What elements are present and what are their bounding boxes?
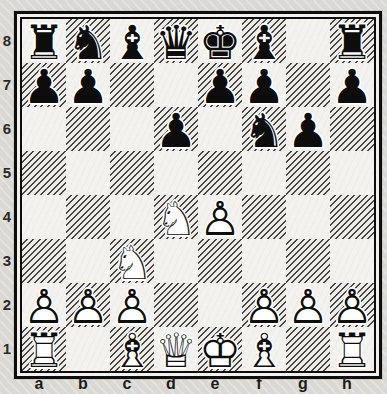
square-c4[interactable] — [110, 195, 154, 239]
square-f5[interactable] — [242, 151, 286, 195]
square-c2[interactable]: ♟♙ — [110, 283, 154, 327]
piece-fill-layer: ♟ — [22, 284, 66, 328]
square-d5[interactable] — [154, 151, 198, 195]
piece-white-pawn-c2[interactable]: ♙ — [110, 284, 154, 328]
rank-label-2: 2 — [0, 283, 14, 327]
square-e6[interactable] — [198, 107, 242, 151]
square-b6[interactable] — [66, 107, 110, 151]
square-a7[interactable]: ♟♟ — [22, 63, 66, 107]
piece-fill-layer: ♟ — [110, 284, 154, 328]
square-d8[interactable]: ♛♛ — [154, 19, 198, 63]
piece-fill-layer: ♟ — [66, 284, 110, 328]
rank-label-7: 7 — [0, 63, 14, 107]
square-a2[interactable]: ♟♙ — [22, 283, 66, 327]
piece-fill-layer: ♛ — [154, 328, 198, 372]
piece-white-pawn-g2[interactable]: ♙ — [286, 284, 330, 328]
piece-white-pawn-e4[interactable]: ♙ — [198, 196, 242, 240]
piece-black-king-e8[interactable]: ♚ — [198, 20, 242, 64]
piece-fill-layer: ♟ — [66, 64, 110, 108]
piece-black-knight-f6[interactable]: ♞ — [242, 108, 286, 152]
square-a4[interactable] — [22, 195, 66, 239]
rank-label-8: 8 — [0, 19, 14, 63]
square-f6[interactable]: ♞♞ — [242, 107, 286, 151]
piece-black-bishop-f8[interactable]: ♝ — [242, 20, 286, 64]
piece-fill-layer: ♛ — [154, 20, 198, 64]
file-label-a: a — [17, 374, 61, 393]
piece-black-pawn-g6[interactable]: ♟ — [286, 108, 330, 152]
piece-black-bishop-c8[interactable]: ♝ — [110, 20, 154, 64]
piece-white-pawn-h2[interactable]: ♙ — [330, 284, 374, 328]
file-label-b: b — [61, 374, 105, 393]
square-g6[interactable]: ♟♟ — [286, 107, 330, 151]
piece-white-rook-h1[interactable]: ♖ — [330, 328, 374, 372]
board-inner-border: ♜♜♞♞♝♝♛♛♚♚♝♝♜♜♟♟♟♟♟♟♟♟♟♟♟♟♞♞♟♟♞♘♟♙♞♘♟♙♟♙… — [20, 17, 376, 373]
piece-white-king-e1[interactable]: ♔ — [198, 328, 242, 372]
square-c1[interactable]: ♝♗ — [110, 327, 154, 371]
square-b2[interactable]: ♟♙ — [66, 283, 110, 327]
piece-fill-layer: ♝ — [110, 328, 154, 372]
piece-fill-layer: ♝ — [242, 328, 286, 372]
square-h8[interactable]: ♜♜ — [330, 19, 374, 63]
file-label-f: f — [237, 374, 281, 393]
piece-fill-layer: ♚ — [198, 20, 242, 64]
rank-label-5: 5 — [0, 151, 14, 195]
piece-fill-layer: ♞ — [66, 20, 110, 64]
square-d7[interactable] — [154, 63, 198, 107]
square-d3[interactable] — [154, 239, 198, 283]
square-b3[interactable] — [66, 239, 110, 283]
piece-fill-layer: ♟ — [286, 108, 330, 152]
piece-fill-layer: ♜ — [22, 20, 66, 64]
piece-fill-layer: ♞ — [154, 196, 198, 240]
rank-label-3: 3 — [0, 239, 14, 283]
square-e5[interactable] — [198, 151, 242, 195]
piece-fill-layer: ♜ — [330, 328, 374, 372]
square-d2[interactable] — [154, 283, 198, 327]
piece-white-rook-a1[interactable]: ♖ — [22, 328, 66, 372]
square-b1[interactable] — [66, 327, 110, 371]
square-h3[interactable] — [330, 239, 374, 283]
piece-white-bishop-c1[interactable]: ♗ — [110, 328, 154, 372]
rank-label-1: 1 — [0, 327, 14, 371]
chess-board: ♜♜♞♞♝♝♛♛♚♚♝♝♜♜♟♟♟♟♟♟♟♟♟♟♟♟♞♞♟♟♞♘♟♙♞♘♟♙♟♙… — [22, 19, 374, 371]
piece-fill-layer: ♟ — [154, 108, 198, 152]
square-f8[interactable]: ♝♝ — [242, 19, 286, 63]
piece-white-pawn-f2[interactable]: ♙ — [242, 284, 286, 328]
piece-fill-layer: ♟ — [198, 64, 242, 108]
piece-white-pawn-b2[interactable]: ♙ — [66, 284, 110, 328]
rank-label-6: 6 — [0, 107, 14, 151]
piece-black-pawn-e7[interactable]: ♟ — [198, 64, 242, 108]
square-e3[interactable] — [198, 239, 242, 283]
piece-white-pawn-a2[interactable]: ♙ — [22, 284, 66, 328]
rank-labels: 87654321 — [0, 19, 14, 371]
piece-black-rook-h8[interactable]: ♜ — [330, 20, 374, 64]
square-h2[interactable]: ♟♙ — [330, 283, 374, 327]
piece-black-knight-b8[interactable]: ♞ — [66, 20, 110, 64]
piece-black-pawn-f7[interactable]: ♟ — [242, 64, 286, 108]
square-e2[interactable] — [198, 283, 242, 327]
square-g8[interactable] — [286, 19, 330, 63]
piece-fill-layer: ♜ — [330, 20, 374, 64]
piece-fill-layer: ♞ — [110, 240, 154, 284]
square-h5[interactable] — [330, 151, 374, 195]
piece-fill-layer: ♟ — [242, 284, 286, 328]
square-g5[interactable] — [286, 151, 330, 195]
square-c6[interactable] — [110, 107, 154, 151]
file-label-g: g — [281, 374, 325, 393]
square-e1[interactable]: ♚♔ — [198, 327, 242, 371]
square-b8[interactable]: ♞♞ — [66, 19, 110, 63]
square-a5[interactable] — [22, 151, 66, 195]
square-a6[interactable] — [22, 107, 66, 151]
square-c7[interactable] — [110, 63, 154, 107]
square-b5[interactable] — [66, 151, 110, 195]
piece-white-knight-d4[interactable]: ♘ — [154, 196, 198, 240]
square-f1[interactable]: ♝♗ — [242, 327, 286, 371]
piece-fill-layer: ♟ — [242, 64, 286, 108]
square-h7[interactable]: ♟♟ — [330, 63, 374, 107]
square-h4[interactable] — [330, 195, 374, 239]
file-label-d: d — [149, 374, 193, 393]
piece-fill-layer: ♚ — [198, 328, 242, 372]
piece-black-pawn-d6[interactable]: ♟ — [154, 108, 198, 152]
square-e7[interactable]: ♟♟ — [198, 63, 242, 107]
square-d4[interactable]: ♞♘ — [154, 195, 198, 239]
square-g3[interactable] — [286, 239, 330, 283]
square-c8[interactable]: ♝♝ — [110, 19, 154, 63]
square-g2[interactable]: ♟♙ — [286, 283, 330, 327]
square-e8[interactable]: ♚♚ — [198, 19, 242, 63]
square-f2[interactable]: ♟♙ — [242, 283, 286, 327]
file-label-c: c — [105, 374, 149, 393]
square-a1[interactable]: ♜♖ — [22, 327, 66, 371]
piece-fill-layer: ♟ — [286, 284, 330, 328]
square-g1[interactable] — [286, 327, 330, 371]
square-f4[interactable] — [242, 195, 286, 239]
piece-fill-layer: ♞ — [242, 108, 286, 152]
piece-black-pawn-h7[interactable]: ♟ — [330, 64, 374, 108]
piece-black-queen-d8[interactable]: ♛ — [154, 20, 198, 64]
square-a3[interactable] — [22, 239, 66, 283]
square-d6[interactable]: ♟♟ — [154, 107, 198, 151]
square-e4[interactable]: ♟♙ — [198, 195, 242, 239]
square-g7[interactable] — [286, 63, 330, 107]
square-d1[interactable]: ♛♕ — [154, 327, 198, 371]
square-g4[interactable] — [286, 195, 330, 239]
square-b4[interactable] — [66, 195, 110, 239]
board-frame: ♜♜♞♞♝♝♛♛♚♚♝♝♜♜♟♟♟♟♟♟♟♟♟♟♟♟♞♞♟♟♞♘♟♙♞♘♟♙♟♙… — [14, 11, 382, 379]
piece-black-pawn-a7[interactable]: ♟ — [22, 64, 66, 108]
piece-fill-layer: ♟ — [330, 64, 374, 108]
piece-fill-layer: ♟ — [330, 284, 374, 328]
chess-diagram: 87654321 ♜♜♞♞♝♝♛♛♚♚♝♝♜♜♟♟♟♟♟♟♟♟♟♟♟♟♞♞♟♟♞… — [0, 0, 387, 394]
square-b7[interactable]: ♟♟ — [66, 63, 110, 107]
square-c3[interactable]: ♞♘ — [110, 239, 154, 283]
piece-fill-layer: ♜ — [22, 328, 66, 372]
file-labels: abcdefgh — [17, 374, 369, 393]
piece-fill-layer: ♝ — [242, 20, 286, 64]
file-label-h: h — [325, 374, 369, 393]
piece-white-bishop-f1[interactable]: ♗ — [242, 328, 286, 372]
piece-white-queen-d1[interactable]: ♕ — [154, 328, 198, 372]
square-h6[interactable] — [330, 107, 374, 151]
piece-black-rook-a8[interactable]: ♜ — [22, 20, 66, 64]
piece-black-pawn-b7[interactable]: ♟ — [66, 64, 110, 108]
piece-fill-layer: ♟ — [198, 196, 242, 240]
piece-white-knight-c3[interactable]: ♘ — [110, 240, 154, 284]
square-a8[interactable]: ♜♜ — [22, 19, 66, 63]
rank-label-4: 4 — [0, 195, 14, 239]
square-f3[interactable] — [242, 239, 286, 283]
square-h1[interactable]: ♜♖ — [330, 327, 374, 371]
square-c5[interactable] — [110, 151, 154, 195]
square-f7[interactable]: ♟♟ — [242, 63, 286, 107]
file-label-e: e — [193, 374, 237, 393]
piece-fill-layer: ♝ — [110, 20, 154, 64]
piece-fill-layer: ♟ — [22, 64, 66, 108]
